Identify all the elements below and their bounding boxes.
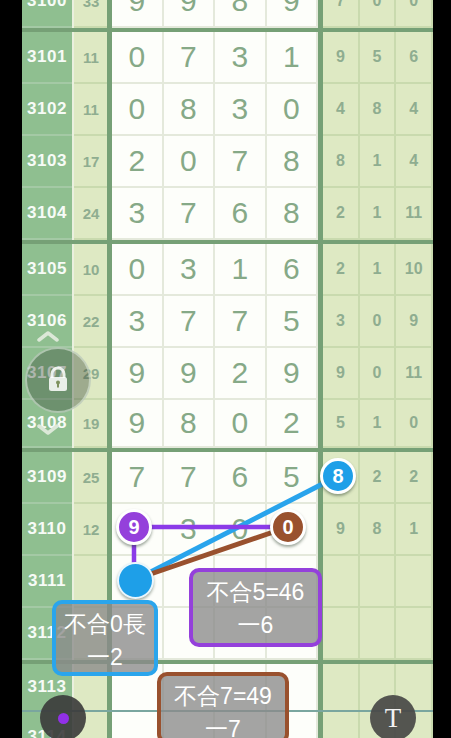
lock-scroll-button[interactable] xyxy=(25,347,91,413)
text-tool-label: T xyxy=(385,703,402,734)
annotation-text: 不合5=46 xyxy=(193,576,318,609)
current-point-dot[interactable] xyxy=(117,562,154,599)
annotation-text: 不合7=49 xyxy=(161,680,285,713)
chevron-up-icon[interactable] xyxy=(36,330,60,342)
circled-number-blue[interactable]: 8 xyxy=(320,458,356,494)
circled-number-brown[interactable]: 0 xyxy=(270,509,306,545)
text-tool-button[interactable]: T xyxy=(370,695,416,738)
marker-tool-button[interactable] xyxy=(40,695,86,738)
chevron-down-icon[interactable] xyxy=(36,424,60,436)
annotation-box-blue[interactable]: 不合0長 一2 xyxy=(52,600,158,676)
annotation-box-brown[interactable]: 不合7=49 一7 xyxy=(157,672,289,738)
annotation-text: 一6 xyxy=(193,609,318,642)
lock-icon xyxy=(45,366,71,394)
screen: 3100339989700310111073195631021108304843… xyxy=(0,0,451,738)
purple-dot-icon xyxy=(58,713,69,724)
annotation-text: 一7 xyxy=(161,713,285,738)
annotation-text: 不合0長 xyxy=(56,608,154,641)
trend-chart: 3100339989700310111073195631021108304843… xyxy=(22,0,433,738)
circled-number-purple[interactable]: 9 xyxy=(116,509,152,545)
annotation-text: 一2 xyxy=(56,641,154,674)
annotation-box-purple[interactable]: 不合5=46 一6 xyxy=(189,568,322,647)
